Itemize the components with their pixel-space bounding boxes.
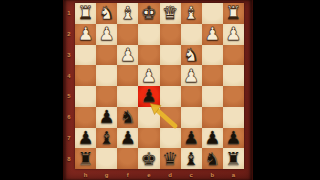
- white-bishop-piece: ♝: [183, 4, 199, 22]
- square-b6[interactable]: [202, 107, 223, 128]
- square-c2[interactable]: [181, 24, 202, 45]
- rank-label-3: 3: [63, 45, 75, 66]
- square-f5[interactable]: [117, 86, 138, 107]
- white-pawn-piece: ♟: [120, 45, 136, 63]
- rank-label-4: 4: [63, 65, 75, 86]
- black-pawn-piece: ♟: [204, 128, 220, 146]
- square-a5[interactable]: [223, 86, 244, 107]
- square-g6[interactable]: ♟: [96, 107, 117, 128]
- black-queen-piece: ♛: [162, 149, 178, 167]
- square-f1[interactable]: ♝: [117, 3, 138, 24]
- file-label-b: b: [202, 169, 223, 180]
- square-e4[interactable]: ♟: [138, 65, 159, 86]
- square-e3[interactable]: [138, 45, 159, 66]
- square-e2[interactable]: [138, 24, 159, 45]
- square-e6[interactable]: [138, 107, 159, 128]
- square-d8[interactable]: ♛: [160, 148, 181, 169]
- square-c8[interactable]: ♝: [181, 148, 202, 169]
- square-e7[interactable]: [138, 128, 159, 149]
- square-b7[interactable]: ♟: [202, 128, 223, 149]
- square-a1[interactable]: ♜: [223, 3, 244, 24]
- square-e5[interactable]: ♟: [138, 86, 159, 107]
- square-a4[interactable]: [223, 65, 244, 86]
- square-c7[interactable]: ♟: [181, 128, 202, 149]
- square-c5[interactable]: [181, 86, 202, 107]
- square-d4[interactable]: [160, 65, 181, 86]
- square-a6[interactable]: [223, 107, 244, 128]
- square-d2[interactable]: [160, 24, 181, 45]
- square-f7[interactable]: ♟: [117, 128, 138, 149]
- square-b8[interactable]: ♞: [202, 148, 223, 169]
- file-label-f: f: [117, 169, 138, 180]
- rank-label-7: 7: [63, 128, 75, 149]
- square-d1[interactable]: ♛: [160, 3, 181, 24]
- file-label-e: e: [138, 169, 159, 180]
- black-rook-piece: ♜: [225, 149, 241, 167]
- chess-board: ♜♞♝♚♛♝♜♟♟♟♟♟♞♟♟♟♟♞♟♝♟♟♟♟♜♚♛♝♞♜: [75, 3, 244, 169]
- file-label-h: h: [75, 169, 96, 180]
- square-b1[interactable]: [202, 3, 223, 24]
- white-king-piece: ♚: [141, 4, 157, 22]
- square-g2[interactable]: ♟: [96, 24, 117, 45]
- square-h5[interactable]: [75, 86, 96, 107]
- file-label-d: d: [160, 169, 181, 180]
- square-a2[interactable]: ♟: [223, 24, 244, 45]
- file-label-g: g: [96, 169, 117, 180]
- square-d6[interactable]: [160, 107, 181, 128]
- white-knight-piece: ♞: [99, 4, 115, 22]
- black-pawn-piece: ♟: [120, 128, 136, 146]
- white-pawn-piece: ♟: [225, 25, 241, 43]
- white-pawn-piece: ♟: [183, 66, 199, 84]
- square-f3[interactable]: ♟: [117, 45, 138, 66]
- square-f2[interactable]: [117, 24, 138, 45]
- square-h1[interactable]: ♜: [75, 3, 96, 24]
- square-g4[interactable]: [96, 65, 117, 86]
- letterbox-right: [253, 0, 320, 180]
- square-h2[interactable]: ♟: [75, 24, 96, 45]
- video-frame: 12345678 ♜♞♝♚♛♝♜♟♟♟♟♟♞♟♟♟♟♞♟♝♟♟♟♟♜♚♛♝♞♜ …: [0, 0, 320, 180]
- black-bishop-piece: ♝: [99, 128, 115, 146]
- black-rook-piece: ♜: [77, 149, 93, 167]
- square-f4[interactable]: [117, 65, 138, 86]
- rank-label-1: 1: [63, 3, 75, 24]
- black-king-piece: ♚: [141, 149, 157, 167]
- file-labels: hgfedcba: [75, 169, 244, 180]
- rank-labels: 12345678: [63, 3, 75, 169]
- file-label-c: c: [181, 169, 202, 180]
- black-pawn-piece: ♟: [141, 87, 157, 105]
- rank-label-8: 8: [63, 148, 75, 169]
- black-knight-piece: ♞: [204, 149, 220, 167]
- black-pawn-piece: ♟: [77, 128, 93, 146]
- file-label-a: a: [223, 169, 244, 180]
- square-g7[interactable]: ♝: [96, 128, 117, 149]
- square-d5[interactable]: [160, 86, 181, 107]
- white-queen-piece: ♛: [162, 4, 178, 22]
- black-pawn-piece: ♟: [99, 108, 115, 126]
- black-bishop-piece: ♝: [183, 149, 199, 167]
- square-c1[interactable]: ♝: [181, 3, 202, 24]
- square-b2[interactable]: ♟: [202, 24, 223, 45]
- square-b3[interactable]: [202, 45, 223, 66]
- square-e1[interactable]: ♚: [138, 3, 159, 24]
- white-pawn-piece: ♟: [77, 25, 93, 43]
- square-h7[interactable]: ♟: [75, 128, 96, 149]
- black-knight-piece: ♞: [120, 108, 136, 126]
- square-h3[interactable]: [75, 45, 96, 66]
- square-f8[interactable]: [117, 148, 138, 169]
- rank-label-2: 2: [63, 24, 75, 45]
- square-h6[interactable]: [75, 107, 96, 128]
- square-g3[interactable]: [96, 45, 117, 66]
- square-d7[interactable]: [160, 128, 181, 149]
- rank-label-6: 6: [63, 107, 75, 128]
- black-pawn-piece: ♟: [225, 128, 241, 146]
- square-b5[interactable]: [202, 86, 223, 107]
- square-h8[interactable]: ♜: [75, 148, 96, 169]
- square-c6[interactable]: [181, 107, 202, 128]
- square-a7[interactable]: ♟: [223, 128, 244, 149]
- white-knight-piece: ♞: [183, 45, 199, 63]
- square-c4[interactable]: ♟: [181, 65, 202, 86]
- square-e8[interactable]: ♚: [138, 148, 159, 169]
- square-a3[interactable]: [223, 45, 244, 66]
- square-g1[interactable]: ♞: [96, 3, 117, 24]
- square-h4[interactable]: [75, 65, 96, 86]
- black-pawn-piece: ♟: [183, 128, 199, 146]
- white-rook-piece: ♜: [225, 4, 241, 22]
- square-f6[interactable]: ♞: [117, 107, 138, 128]
- square-g5[interactable]: [96, 86, 117, 107]
- square-d3[interactable]: [160, 45, 181, 66]
- white-pawn-piece: ♟: [99, 25, 115, 43]
- white-pawn-piece: ♟: [204, 25, 220, 43]
- square-g8[interactable]: [96, 148, 117, 169]
- rank-label-5: 5: [63, 86, 75, 107]
- white-rook-piece: ♜: [77, 4, 93, 22]
- white-bishop-piece: ♝: [120, 4, 136, 22]
- letterbox-left: [0, 0, 63, 180]
- white-pawn-piece: ♟: [141, 66, 157, 84]
- square-a8[interactable]: ♜: [223, 148, 244, 169]
- square-b4[interactable]: [202, 65, 223, 86]
- square-c3[interactable]: ♞: [181, 45, 202, 66]
